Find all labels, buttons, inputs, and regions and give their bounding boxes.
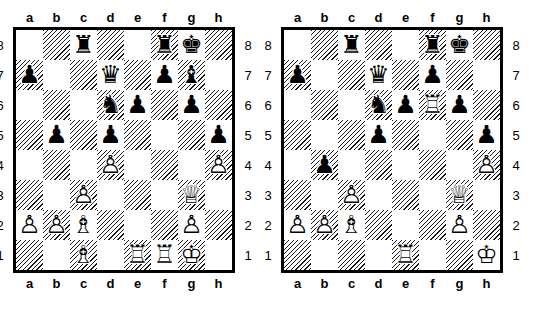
square-b7 (311, 60, 338, 90)
square-f1 (419, 240, 446, 270)
square-f1: ♜♖ (151, 240, 178, 270)
white-rook-icon: ♜♖ (392, 240, 419, 270)
square-f3 (151, 180, 178, 210)
white-rook-icon: ♜♖ (124, 240, 151, 270)
file-label: f (430, 276, 434, 291)
rank-label: 3 (264, 188, 271, 203)
corner (503, 273, 529, 293)
black-knight-icon: ♞♞ (365, 90, 392, 120)
white-pawn-icon: ♟♙ (284, 210, 311, 240)
square-a8 (284, 30, 311, 60)
file-label: d (375, 10, 383, 25)
square-a3 (16, 180, 43, 210)
rank-labels-right: 87654321 (503, 30, 529, 273)
file-label: c (348, 276, 355, 291)
rank-labels-left: 87654321 (255, 30, 281, 273)
white-rook-icon: ♜♖ (419, 90, 446, 120)
square-a6 (284, 90, 311, 120)
square-c1: ♝♗ (70, 240, 97, 270)
black-pawn-icon: ♟♟ (97, 120, 124, 150)
corner (0, 273, 13, 293)
rank-label: 3 (244, 188, 251, 203)
corner (503, 7, 529, 27)
file-label: g (188, 276, 196, 291)
white-rook-icon: ♜♖ (151, 240, 178, 270)
rank-label: 7 (512, 68, 519, 83)
black-pawn-icon: ♟♟ (284, 60, 311, 90)
file-label: c (80, 276, 87, 291)
square-c4 (70, 150, 97, 180)
file-label: h (483, 276, 491, 291)
black-pawn-icon: ♟♟ (205, 120, 232, 150)
rank-label: 7 (264, 68, 271, 83)
rank-label: 6 (264, 98, 271, 113)
white-queen-icon: ♛♕ (446, 180, 473, 210)
black-king-icon: ♚♚ (446, 30, 473, 60)
square-e4 (124, 150, 151, 180)
square-c1 (338, 240, 365, 270)
square-c5 (338, 120, 365, 150)
square-e4 (392, 150, 419, 180)
square-e1: ♜♖ (124, 240, 151, 270)
square-g3: ♛♕ (446, 180, 473, 210)
square-e7 (124, 60, 151, 90)
rank-label: 2 (244, 218, 251, 233)
file-label: e (402, 276, 409, 291)
square-b1 (43, 240, 70, 270)
square-d2 (97, 210, 124, 240)
file-labels-top: abcdefgh (284, 7, 503, 27)
rank-label: 1 (512, 248, 519, 263)
file-label: e (134, 10, 141, 25)
square-g7: ♝♝ (178, 60, 205, 90)
square-h7 (473, 60, 500, 90)
square-e8 (392, 30, 419, 60)
square-a1 (16, 240, 43, 270)
white-pawn-icon: ♟♙ (311, 210, 338, 240)
square-c3: ♟♙ (70, 180, 97, 210)
square-f3 (419, 180, 446, 210)
square-h1: ♚♔ (473, 240, 500, 270)
square-f6 (151, 90, 178, 120)
black-pawn-icon: ♟♟ (419, 60, 446, 90)
square-e2 (392, 210, 419, 240)
square-d3 (97, 180, 124, 210)
square-a5 (284, 120, 311, 150)
white-pawn-icon: ♟♙ (205, 150, 232, 180)
file-label: b (321, 276, 329, 291)
square-f8: ♜♜ (419, 30, 446, 60)
rank-label: 2 (512, 218, 519, 233)
black-pawn-icon: ♟♟ (473, 120, 500, 150)
square-g4 (446, 150, 473, 180)
chess-diagram-page: abcdefgh 87654321 ♜♜♜♜♚♚♟♟♛♛♟♟♝♝♞♞♟♟♟♟♟♟… (0, 0, 559, 326)
white-pawn-icon: ♟♙ (473, 150, 500, 180)
black-pawn-icon: ♟♟ (151, 60, 178, 90)
square-b6 (43, 90, 70, 120)
square-a6 (16, 90, 43, 120)
square-d2 (365, 210, 392, 240)
rank-label: 6 (244, 98, 251, 113)
rank-label: 6 (0, 98, 4, 113)
chess-diagram-left: abcdefgh 87654321 ♜♜♜♜♚♚♟♟♛♛♟♟♝♝♞♞♟♟♟♟♟♟… (0, 7, 261, 293)
rank-label: 4 (512, 158, 519, 173)
white-pawn-icon: ♟♙ (446, 210, 473, 240)
white-queen-icon: ♛♕ (178, 180, 205, 210)
square-d8 (97, 30, 124, 60)
square-g6: ♟♟ (446, 90, 473, 120)
file-label: g (456, 10, 464, 25)
file-labels-top: abcdefgh (16, 7, 235, 27)
square-a7: ♟♟ (16, 60, 43, 90)
white-bishop-icon: ♝♗ (70, 210, 97, 240)
square-f4 (419, 150, 446, 180)
square-d6: ♞♞ (97, 90, 124, 120)
square-b3 (43, 180, 70, 210)
file-label: f (162, 10, 166, 25)
square-d5: ♟♟ (97, 120, 124, 150)
square-f8: ♜♜ (151, 30, 178, 60)
square-f7: ♟♟ (151, 60, 178, 90)
file-label: a (26, 10, 33, 25)
square-h5: ♟♟ (473, 120, 500, 150)
black-pawn-icon: ♟♟ (16, 60, 43, 90)
square-c7 (338, 60, 365, 90)
square-f5 (151, 120, 178, 150)
corner (0, 7, 13, 27)
rank-label: 6 (512, 98, 519, 113)
square-a7: ♟♟ (284, 60, 311, 90)
file-label: a (26, 276, 33, 291)
square-e3 (124, 180, 151, 210)
file-label: c (348, 10, 355, 25)
rank-label: 4 (264, 158, 271, 173)
rank-label: 5 (0, 128, 4, 143)
rank-label: 2 (264, 218, 271, 233)
square-h1 (205, 240, 232, 270)
file-labels-bottom: abcdefgh (284, 273, 503, 293)
square-b1 (311, 240, 338, 270)
rank-label: 4 (0, 158, 4, 173)
square-g5 (446, 120, 473, 150)
file-label: h (215, 276, 223, 291)
white-pawn-icon: ♟♙ (43, 210, 70, 240)
square-g2: ♟♙ (446, 210, 473, 240)
square-d5: ♟♟ (365, 120, 392, 150)
file-label: a (294, 10, 301, 25)
rank-label: 3 (0, 188, 4, 203)
square-d7: ♛♛ (365, 60, 392, 90)
black-pawn-icon: ♟♟ (392, 90, 419, 120)
corner (255, 273, 281, 293)
rank-label: 1 (264, 248, 271, 263)
rank-label: 5 (264, 128, 271, 143)
square-g5 (178, 120, 205, 150)
rank-label: 8 (264, 38, 271, 53)
square-b6 (311, 90, 338, 120)
square-g3: ♛♕ (178, 180, 205, 210)
square-b8 (311, 30, 338, 60)
square-e6: ♟♟ (392, 90, 419, 120)
file-label: a (294, 276, 301, 291)
white-king-icon: ♚♔ (473, 240, 500, 270)
file-label: b (53, 10, 61, 25)
square-e6: ♟♟ (124, 90, 151, 120)
rank-label: 4 (244, 158, 251, 173)
black-pawn-icon: ♟♟ (178, 90, 205, 120)
file-label: g (188, 10, 196, 25)
rank-label: 8 (0, 38, 4, 53)
square-h7 (205, 60, 232, 90)
square-f4 (151, 150, 178, 180)
square-a4 (284, 150, 311, 180)
square-c8: ♜♜ (338, 30, 365, 60)
white-pawn-icon: ♟♙ (97, 150, 124, 180)
black-queen-icon: ♛♛ (365, 60, 392, 90)
black-pawn-icon: ♟♟ (124, 90, 151, 120)
square-f5 (419, 120, 446, 150)
rank-label: 1 (244, 248, 251, 263)
square-f2 (419, 210, 446, 240)
black-pawn-icon: ♟♟ (446, 90, 473, 120)
square-a3 (284, 180, 311, 210)
chess-board: ♜♜♜♜♚♚♟♟♛♛♟♟♞♞♟♟♜♖♟♟♟♟♟♟♟♟♟♙♟♙♛♕♟♙♟♙♝♗♟♙… (281, 27, 503, 273)
square-d4: ♟♙ (97, 150, 124, 180)
square-e2 (124, 210, 151, 240)
square-b2: ♟♙ (311, 210, 338, 240)
white-pawn-icon: ♟♙ (16, 210, 43, 240)
white-pawn-icon: ♟♙ (178, 210, 205, 240)
black-rook-icon: ♜♜ (338, 30, 365, 60)
file-label: g (456, 276, 464, 291)
square-b4 (43, 150, 70, 180)
square-c6 (338, 90, 365, 120)
chess-diagram-right: abcdefgh 87654321 ♜♜♜♜♚♚♟♟♛♛♟♟♞♞♟♟♜♖♟♟♟♟… (255, 7, 529, 293)
rank-label: 3 (512, 188, 519, 203)
square-d8 (365, 30, 392, 60)
square-g4 (178, 150, 205, 180)
black-knight-icon: ♞♞ (97, 90, 124, 120)
square-h3 (205, 180, 232, 210)
square-e8 (124, 30, 151, 60)
white-pawn-icon: ♟♙ (70, 180, 97, 210)
file-label: b (53, 276, 61, 291)
square-c4 (338, 150, 365, 180)
square-e5 (392, 120, 419, 150)
rank-label: 8 (512, 38, 519, 53)
black-pawn-icon: ♟♟ (311, 150, 338, 180)
square-b5: ♟♟ (43, 120, 70, 150)
square-g8: ♚♚ (446, 30, 473, 60)
square-f7: ♟♟ (419, 60, 446, 90)
square-c6 (70, 90, 97, 120)
rank-labels-left: 87654321 (0, 30, 13, 273)
rank-label: 8 (244, 38, 251, 53)
file-labels-bottom: abcdefgh (16, 273, 235, 293)
white-pawn-icon: ♟♙ (338, 180, 365, 210)
file-label: f (162, 276, 166, 291)
square-c3: ♟♙ (338, 180, 365, 210)
file-label: h (215, 10, 223, 25)
square-b7 (43, 60, 70, 90)
square-b8 (43, 30, 70, 60)
corner (255, 7, 281, 27)
white-king-icon: ♚♔ (178, 240, 205, 270)
square-d3 (365, 180, 392, 210)
square-g7 (446, 60, 473, 90)
square-g1: ♚♔ (178, 240, 205, 270)
file-label: h (483, 10, 491, 25)
square-h8 (473, 30, 500, 60)
rank-label: 7 (244, 68, 251, 83)
black-rook-icon: ♜♜ (70, 30, 97, 60)
file-label: d (375, 276, 383, 291)
square-b2: ♟♙ (43, 210, 70, 240)
square-e3 (392, 180, 419, 210)
square-a8 (16, 30, 43, 60)
square-b3 (311, 180, 338, 210)
square-h2 (473, 210, 500, 240)
file-label: e (402, 10, 409, 25)
square-a2: ♟♙ (16, 210, 43, 240)
square-g2: ♟♙ (178, 210, 205, 240)
square-c7 (70, 60, 97, 90)
square-e1: ♜♖ (392, 240, 419, 270)
square-f6: ♜♖ (419, 90, 446, 120)
white-bishop-icon: ♝♗ (70, 240, 97, 270)
square-h8 (205, 30, 232, 60)
square-c2: ♝♗ (338, 210, 365, 240)
chess-board: ♜♜♜♜♚♚♟♟♛♛♟♟♝♝♞♞♟♟♟♟♟♟♟♟♟♟♟♙♟♙♟♙♛♕♟♙♟♙♝♗… (13, 27, 235, 273)
square-g8: ♚♚ (178, 30, 205, 60)
square-h4: ♟♙ (205, 150, 232, 180)
rank-label: 7 (0, 68, 4, 83)
file-label: e (134, 276, 141, 291)
square-a5 (16, 120, 43, 150)
square-b5 (311, 120, 338, 150)
square-d1 (365, 240, 392, 270)
black-pawn-icon: ♟♟ (43, 120, 70, 150)
square-c5 (70, 120, 97, 150)
black-king-icon: ♚♚ (178, 30, 205, 60)
black-rook-icon: ♜♜ (419, 30, 446, 60)
square-d6: ♞♞ (365, 90, 392, 120)
square-h6 (473, 90, 500, 120)
square-h6 (205, 90, 232, 120)
square-h5: ♟♟ (205, 120, 232, 150)
square-e7 (392, 60, 419, 90)
rank-label: 2 (0, 218, 4, 233)
square-g1 (446, 240, 473, 270)
square-a2: ♟♙ (284, 210, 311, 240)
black-pawn-icon: ♟♟ (365, 120, 392, 150)
square-e5 (124, 120, 151, 150)
file-label: b (321, 10, 329, 25)
rank-label: 1 (0, 248, 4, 263)
white-bishop-icon: ♝♗ (338, 210, 365, 240)
square-c8: ♜♜ (70, 30, 97, 60)
black-bishop-icon: ♝♝ (178, 60, 205, 90)
square-a4 (16, 150, 43, 180)
square-d7: ♛♛ (97, 60, 124, 90)
square-g6: ♟♟ (178, 90, 205, 120)
black-rook-icon: ♜♜ (151, 30, 178, 60)
file-label: d (107, 276, 115, 291)
square-b4: ♟♟ (311, 150, 338, 180)
square-d1 (97, 240, 124, 270)
square-h2 (205, 210, 232, 240)
square-a1 (284, 240, 311, 270)
square-d4 (365, 150, 392, 180)
rank-label: 5 (512, 128, 519, 143)
square-h4: ♟♙ (473, 150, 500, 180)
square-h3 (473, 180, 500, 210)
file-label: f (430, 10, 434, 25)
square-c2: ♝♗ (70, 210, 97, 240)
file-label: c (80, 10, 87, 25)
file-label: d (107, 10, 115, 25)
black-queen-icon: ♛♛ (97, 60, 124, 90)
rank-label: 5 (244, 128, 251, 143)
square-f2 (151, 210, 178, 240)
